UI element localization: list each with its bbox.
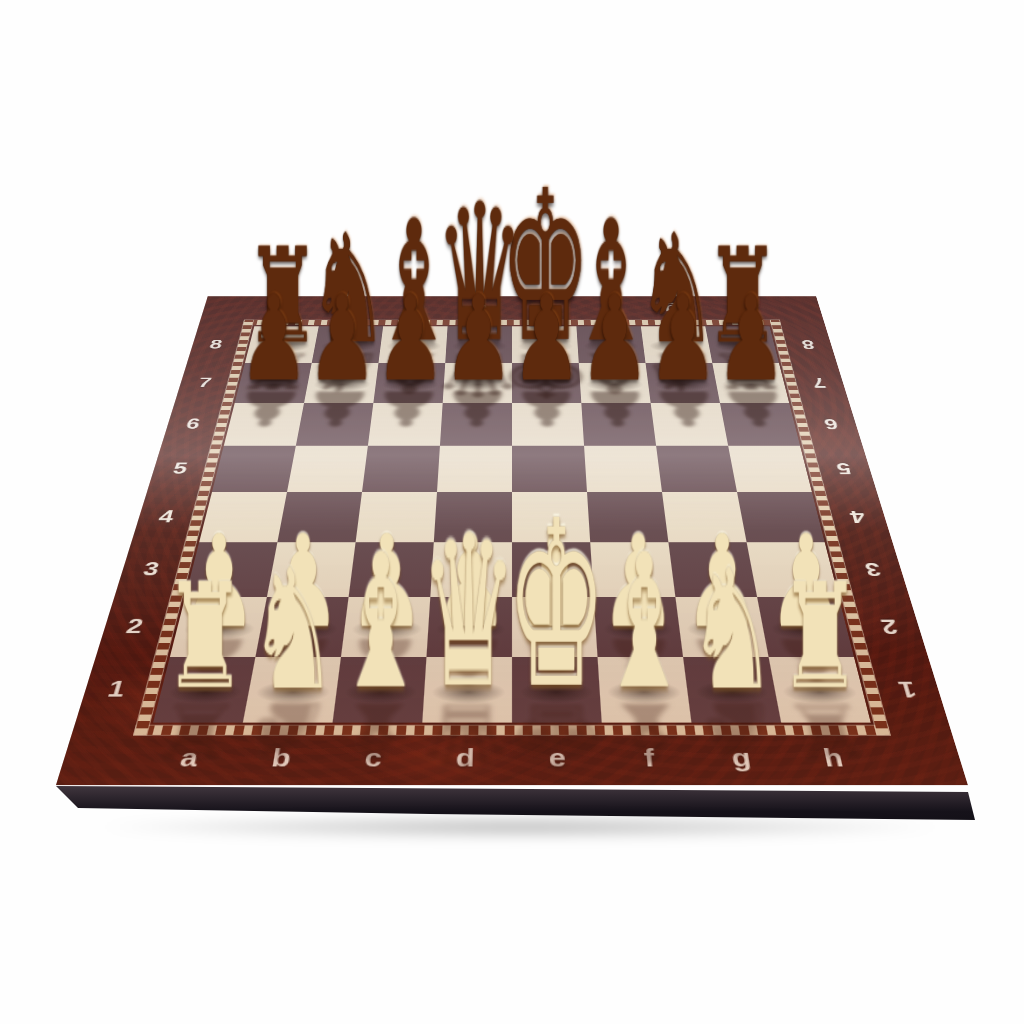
file-label-e-far: e bbox=[512, 300, 576, 318]
piece-reflection: ♜ bbox=[114, 692, 275, 766]
file-label-a-far: a bbox=[256, 300, 323, 318]
floor-shadow bbox=[90, 814, 950, 840]
piece-glyph: ♜ bbox=[134, 566, 275, 711]
file-label-h-far: h bbox=[700, 300, 767, 318]
piece-reflection: ♜ bbox=[749, 692, 910, 766]
product-photo-background: aabbccddeeffgghh8877665544332211 ♜♜♞♞♝♝♛… bbox=[0, 0, 1024, 1024]
chess-board: aabbccddeeffgghh8877665544332211 ♜♜♞♞♝♝♛… bbox=[56, 296, 968, 785]
piece-glyph: ♝ bbox=[310, 530, 451, 715]
file-label-c-far: c bbox=[384, 300, 449, 318]
piece-glyph: ♝ bbox=[573, 530, 714, 715]
file-label-b-far: b bbox=[320, 300, 386, 318]
piece-glyph: ♜ bbox=[749, 566, 890, 711]
file-label-f-far: f bbox=[575, 300, 640, 318]
board-scene: aabbccddeeffgghh8877665544332211 ♜♜♞♞♝♝♛… bbox=[0, 0, 1024, 1024]
file-label-g-far: g bbox=[637, 300, 703, 318]
file-label-d-far: d bbox=[448, 300, 512, 318]
